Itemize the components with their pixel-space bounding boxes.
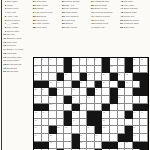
black-cell [57, 149, 65, 150]
grid-cell: 26 [102, 81, 110, 89]
cell-number: 12 [141, 58, 143, 60]
cell-number: 29 [42, 88, 44, 90]
cell-number: 34 [34, 96, 36, 98]
cell-number: 33 [118, 88, 120, 90]
grid-cell [125, 119, 133, 127]
grid-cell: 4 [57, 58, 65, 66]
clue-text: Fruit drink [36, 27, 47, 30]
grid-cell [42, 134, 50, 142]
cell-number: 41 [110, 103, 112, 105]
black-cell [133, 88, 141, 96]
grid-cell: 7 [87, 58, 95, 66]
grid-cell [72, 126, 80, 134]
cell-number: 1 [34, 58, 35, 60]
black-cell [140, 149, 148, 150]
black-cell [64, 96, 72, 104]
grid-cell [80, 66, 88, 74]
black-cell [95, 149, 103, 150]
cell-number: 40 [80, 103, 82, 105]
cell-number: 60 [95, 134, 97, 136]
grid-cell: 71 [110, 149, 118, 150]
grid-cell [95, 142, 103, 150]
grid-cell: 32 [95, 88, 103, 96]
grid-cell: 8 [95, 58, 103, 66]
grid-cell [102, 88, 110, 96]
cell-number: 17 [34, 73, 36, 75]
clue-item: 36Lofty poem [61, 27, 88, 30]
cell-number: 65 [126, 141, 128, 143]
grid-cell: 66 [34, 149, 42, 150]
cell-number: 14 [72, 65, 74, 67]
crossword-grid: 1234567891011121314151617181920212223242… [33, 57, 149, 150]
cell-number: 25 [80, 81, 82, 83]
black-cell [125, 58, 133, 66]
grid-cell: 27 [125, 81, 133, 89]
grid-cell [80, 111, 88, 119]
cell-number: 49 [72, 119, 74, 121]
grid-cell [118, 104, 126, 112]
black-cell [95, 119, 103, 127]
grid-cell [110, 134, 118, 142]
grid-cell [87, 142, 95, 150]
cell-number: 68 [65, 149, 67, 150]
grid-cell: 69 [72, 149, 80, 150]
grid-cell: 2 [42, 58, 50, 66]
grid-cell [95, 96, 103, 104]
cell-number: 45 [103, 111, 105, 113]
clue-item: 44Small rug [90, 27, 117, 30]
grid-cell [125, 88, 133, 96]
grid-cell: 67 [42, 149, 50, 150]
cell-number: 4 [57, 58, 58, 60]
cell-number: 61 [133, 134, 135, 136]
grid-cell: 23 [49, 81, 57, 89]
grid-cell [64, 88, 72, 96]
cell-number: 8 [95, 58, 96, 60]
cell-number: 6 [80, 58, 81, 60]
black-cell [110, 73, 118, 81]
grid-cell [140, 119, 148, 127]
grid-cell [95, 104, 103, 112]
grid-cell [57, 66, 65, 74]
grid-cell [49, 149, 57, 150]
cell-number: 59 [80, 134, 82, 136]
grid-cell: 55 [102, 126, 110, 134]
cell-number: 36 [72, 96, 74, 98]
cell-number: 24 [57, 81, 59, 83]
cell-number: 44 [72, 111, 74, 113]
clue-number: 52 [119, 27, 123, 30]
cell-number: 62 [50, 141, 52, 143]
cell-number: 70 [103, 149, 105, 150]
grid-cell [110, 111, 118, 119]
grid-cell [49, 111, 57, 119]
grid-cell: 36 [72, 96, 80, 104]
clue-text: Small rug [94, 27, 104, 30]
black-cell [87, 111, 95, 119]
grid-cell [87, 134, 95, 142]
black-cell [140, 73, 148, 81]
grid-cell: 3 [49, 58, 57, 66]
grid-cell: 25 [80, 81, 88, 89]
grid-cell: 29 [42, 88, 50, 96]
grid-cell [64, 104, 72, 112]
cell-number: 23 [50, 81, 52, 83]
black-cell [125, 126, 133, 134]
grid-cell: 30 [57, 88, 65, 96]
grid-cell [57, 142, 65, 150]
clue-number: 20 [2, 71, 6, 74]
cell-number: 21 [118, 73, 120, 75]
grid-cell [133, 96, 141, 104]
cell-number: 58 [50, 134, 52, 136]
grid-cell [42, 96, 50, 104]
grid-cell: 65 [125, 142, 133, 150]
cell-number: 9 [110, 58, 111, 60]
grid-cell: 19 [87, 73, 95, 81]
grid-cell [140, 96, 148, 104]
clue-item: 52Salty drop [119, 27, 146, 30]
grid-cell: 57 [34, 134, 42, 142]
grid-cell: 37 [87, 96, 95, 104]
cell-number: 3 [50, 58, 51, 60]
cell-number: 43 [42, 111, 44, 113]
grid-cell [110, 119, 118, 127]
cell-number: 16 [133, 65, 135, 67]
clue-text: Opera solo [7, 71, 19, 74]
cell-number: 67 [42, 149, 44, 150]
grid-cell: 12 [140, 58, 148, 66]
grid-cell [64, 81, 72, 89]
clue-item: 28Fruit drink [32, 27, 59, 30]
black-cell [64, 111, 72, 119]
grid-cell [118, 149, 126, 150]
grid-cell: 21 [118, 73, 126, 81]
clue-column-1: 1Sea eagle2Mimic3Gala event4Wd. part5Act… [2, 1, 29, 148]
clue-text: Lofty poem [65, 27, 77, 30]
clue-number: 36 [61, 27, 65, 30]
black-cell [140, 81, 148, 89]
cell-number: 46 [133, 111, 135, 113]
grid-cell [80, 88, 88, 96]
grid-cell: 70 [102, 149, 110, 150]
clue-column-2: 21Wise bird22Cozy room23Paddle24Tin Man'… [32, 1, 59, 55]
cell-number: 52 [57, 126, 59, 128]
grid-cell [49, 119, 57, 127]
grid-cell [42, 66, 50, 74]
grid-cell [72, 73, 80, 81]
black-cell [140, 142, 148, 150]
crossword-grid-cells: 1234567891011121314151617181920212223242… [34, 58, 148, 150]
grid-cell [118, 119, 126, 127]
cell-number: 7 [88, 58, 89, 60]
black-cell [140, 88, 148, 96]
cell-number: 57 [34, 134, 36, 136]
grid-cell [57, 111, 65, 119]
cell-number: 54 [88, 126, 90, 128]
newspaper-crossword-clipping: 1Sea eagle2Mimic3Gala event4Wd. part5Act… [0, 0, 150, 150]
grid-cell: 72 [133, 149, 141, 150]
grid-cell: 17 [34, 73, 42, 81]
clue-column-5: 45Tax agcy.46Hwy. sign47Soup legume48Noa… [119, 1, 146, 55]
cell-number: 55 [103, 126, 105, 128]
grid-cell: 39 [49, 104, 57, 112]
cell-number: 18 [65, 73, 67, 75]
cell-number: 26 [103, 81, 105, 83]
black-cell [102, 58, 110, 66]
grid-cell [49, 66, 57, 74]
grid-cell: 18 [64, 73, 72, 81]
clue-item: 20Opera solo [2, 71, 29, 74]
grid-cell [42, 119, 50, 127]
grid-cell: 6 [80, 58, 88, 66]
cell-number: 10 [118, 58, 120, 60]
cell-number: 48 [34, 119, 36, 121]
grid-cell: 64 [118, 142, 126, 150]
cell-number: 42 [34, 111, 36, 113]
grid-cell [118, 111, 126, 119]
cell-number: 20 [103, 73, 105, 75]
grid-cell: 54 [87, 126, 95, 134]
grid-cell [118, 126, 126, 134]
cell-number: 27 [126, 81, 128, 83]
grid-cell [125, 104, 133, 112]
grid-cell [80, 149, 88, 150]
cell-number: 13 [34, 65, 36, 67]
cell-number: 50 [103, 119, 105, 121]
cell-number: 38 [118, 96, 120, 98]
cell-number: 11 [133, 58, 135, 60]
grid-cell: 68 [64, 149, 72, 150]
cell-number: 37 [88, 96, 90, 98]
grid-cell: 41 [110, 104, 118, 112]
grid-cell: 60 [95, 134, 103, 142]
grid-cell [125, 149, 133, 150]
grid-cell: 63 [80, 142, 88, 150]
grid-cell [102, 96, 110, 104]
grid-cell: 61 [133, 134, 141, 142]
cell-number: 5 [72, 58, 73, 60]
cell-number: 35 [50, 96, 52, 98]
grid-cell [140, 134, 148, 142]
grid-cell [125, 96, 133, 104]
black-cell [110, 88, 118, 96]
black-cell [125, 111, 133, 119]
black-cell [133, 73, 141, 81]
cell-number: 19 [88, 73, 90, 75]
grid-cell [42, 126, 50, 134]
grid-cell [57, 96, 65, 104]
grid-cell [57, 134, 65, 142]
black-cell [95, 111, 103, 119]
cell-number: 51 [34, 126, 36, 128]
grid-cell: 10 [118, 58, 126, 66]
cell-number: 30 [57, 88, 59, 90]
clue-number: 28 [32, 27, 36, 30]
cell-number: 32 [95, 88, 97, 90]
grid-cell [110, 81, 118, 89]
cell-number: 72 [133, 149, 135, 150]
grid-cell: 49 [72, 119, 80, 127]
grid-cell: 53 [64, 126, 72, 134]
grid-cell [102, 134, 110, 142]
grid-cell [80, 119, 88, 127]
grid-cell [87, 104, 95, 112]
cell-number: 28 [34, 88, 36, 90]
cell-number: 66 [34, 149, 36, 150]
cell-number: 31 [72, 88, 74, 90]
grid-cell [57, 104, 65, 112]
cell-number: 56 [133, 126, 135, 128]
cell-number: 53 [65, 126, 67, 128]
grid-cell: 38 [118, 96, 126, 104]
grid-cell: 34 [34, 96, 42, 104]
cell-number: 22 [126, 73, 128, 75]
grid-cell: 62 [49, 142, 57, 150]
clue-column-4: 37Flightless bird38Caviar base39Spike of… [90, 1, 117, 55]
cell-number: 63 [80, 141, 82, 143]
cell-number: 15 [110, 65, 112, 67]
grid-cell [64, 134, 72, 142]
black-cell [64, 58, 72, 66]
grid-cell [95, 73, 103, 81]
grid-cell: 14 [72, 66, 80, 74]
grid-cell: 46 [133, 111, 141, 119]
clue-column-3: 29Gaelic tongue30Sgt., e.g.31Ms. Gardner… [61, 1, 88, 55]
grid-cell [87, 81, 95, 89]
cell-number: 2 [42, 58, 43, 60]
cell-number: 69 [72, 149, 74, 150]
cell-number: 64 [118, 141, 120, 143]
grid-cell [95, 66, 103, 74]
grid-cell: 16 [133, 66, 141, 74]
grid-cell [110, 126, 118, 134]
black-cell [72, 134, 80, 142]
grid-cell: 43 [42, 111, 50, 119]
grid-cell [133, 81, 141, 89]
clue-number: 44 [90, 27, 94, 30]
cell-number: 39 [50, 103, 52, 105]
grid-cell: 47 [140, 111, 148, 119]
clue-text: Salty drop [124, 27, 135, 30]
cell-number: 47 [141, 111, 143, 113]
grid-cell [42, 73, 50, 81]
grid-cell: 52 [57, 126, 65, 134]
grid-cell [140, 126, 148, 134]
grid-cell [87, 149, 95, 150]
grid-cell: 40 [80, 104, 88, 112]
cell-number: 71 [110, 149, 112, 150]
grid-cell [140, 66, 148, 74]
grid-cell: 15 [110, 66, 118, 74]
